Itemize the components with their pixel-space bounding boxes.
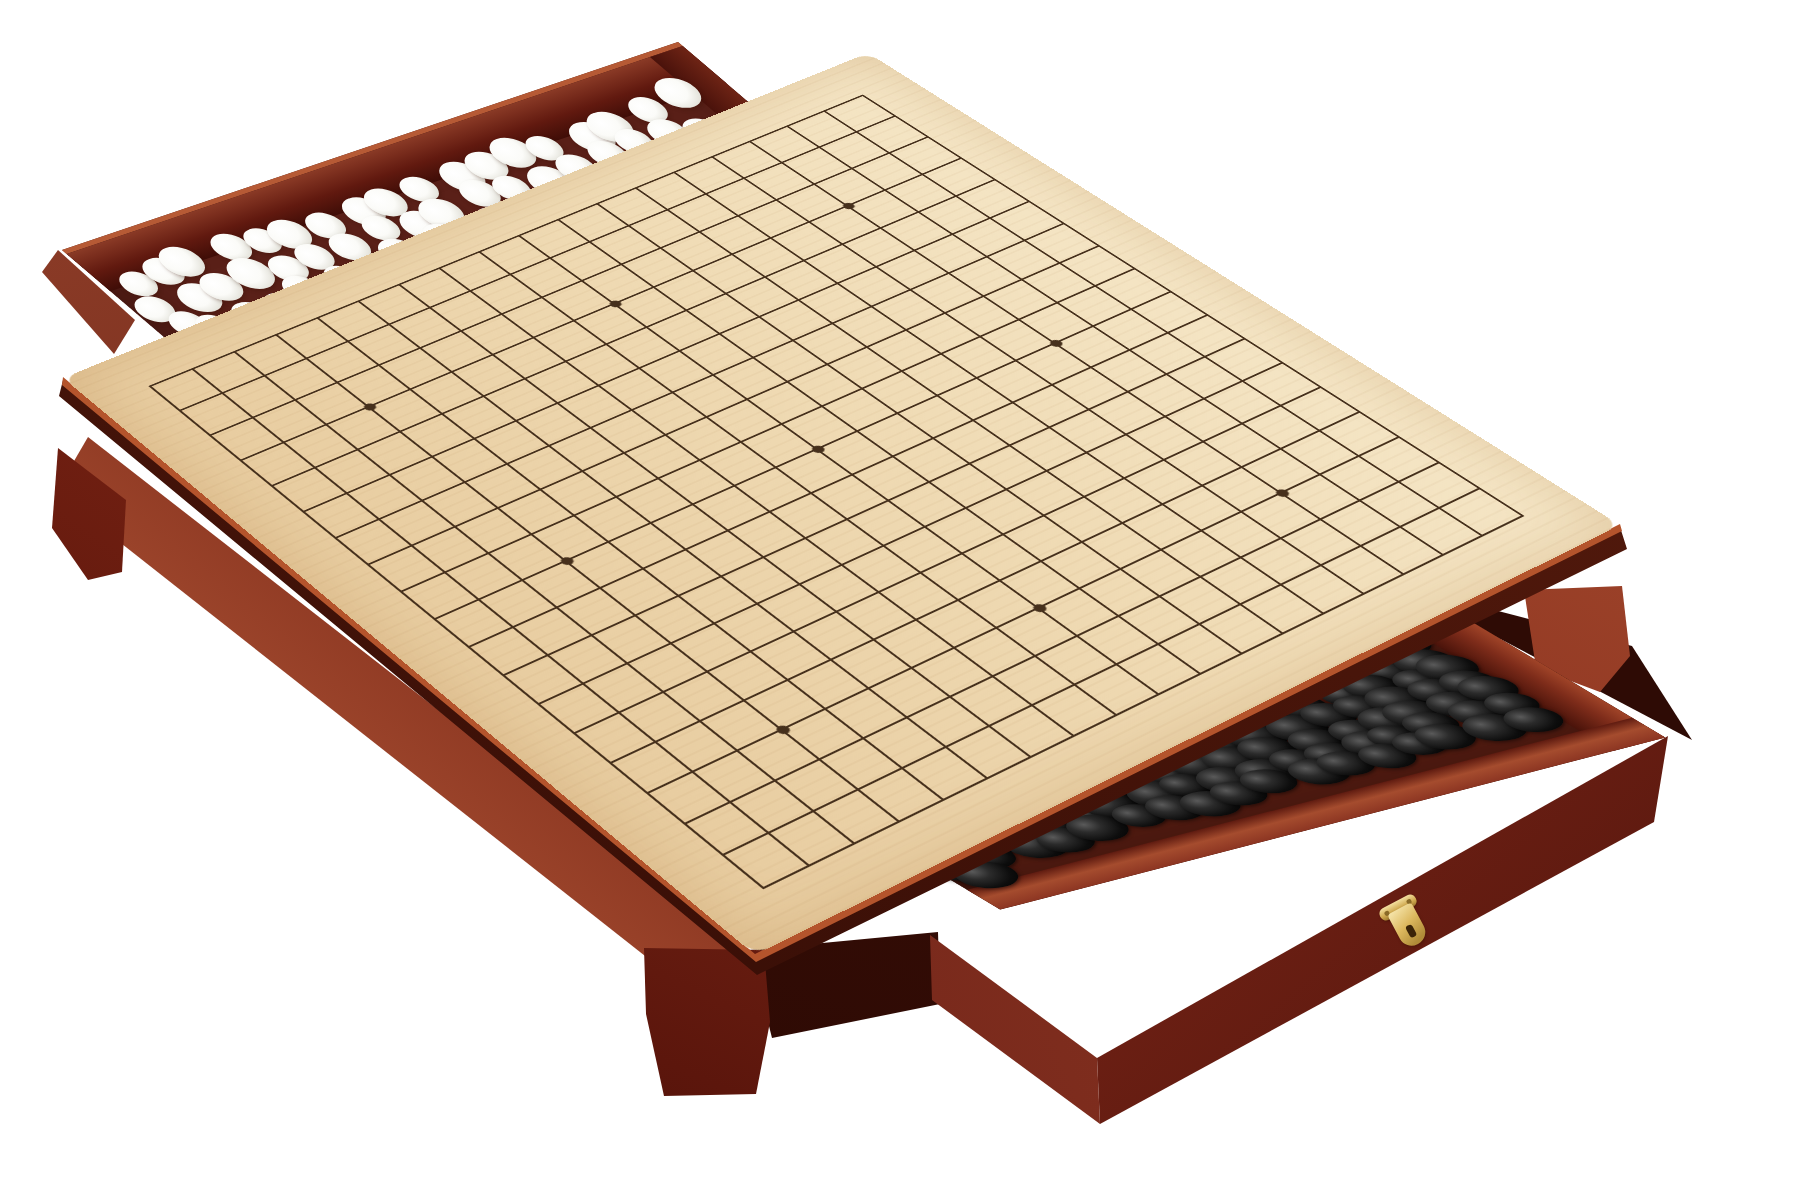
go-table-scene	[0, 0, 1800, 1200]
latch-keyhole	[1405, 924, 1417, 939]
